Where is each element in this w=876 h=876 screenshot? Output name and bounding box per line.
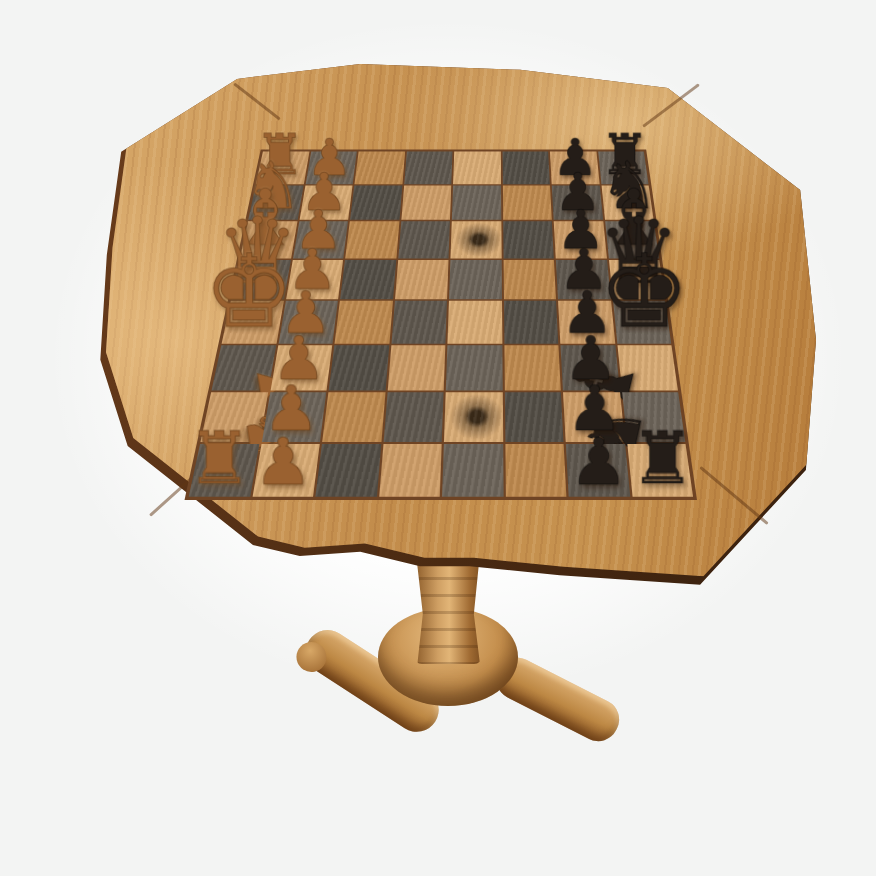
- board-perspective-scene: ♜♟♟♜♞♟♟♞♝♟♟♝♛♟♟♛♚♟♟♚♝♟♟♝♞♟♟♞♜♟♟♜: [228, 80, 668, 520]
- board-cell: [329, 345, 389, 391]
- board-cell: [345, 221, 399, 258]
- piece-black-rook: ♜: [630, 423, 695, 495]
- board-cell: [444, 392, 503, 441]
- board-cell: [453, 151, 500, 184]
- pedestal-column: [414, 560, 482, 664]
- board-cell: [502, 185, 551, 220]
- board-cell: ♟: [566, 444, 630, 497]
- board-cell: ♜: [627, 444, 693, 497]
- board-cell: [503, 260, 556, 300]
- board-cell: ♜: [189, 444, 259, 497]
- board-cell: [504, 301, 559, 343]
- board-cell: [322, 392, 385, 441]
- piece-white-pawn: ♟: [254, 430, 312, 495]
- board-cell: [401, 185, 451, 220]
- board-cell: ♝: [617, 345, 678, 391]
- board-cell: [387, 345, 445, 391]
- board-cell: [395, 260, 449, 300]
- board-cell: [504, 392, 563, 441]
- board-cell: [446, 345, 502, 391]
- board-cell: [355, 151, 405, 184]
- board-cell: [315, 444, 380, 497]
- board-cell: [449, 260, 501, 300]
- board-cell: [398, 221, 450, 258]
- board-cell: ♟: [252, 444, 320, 497]
- board-cell: [502, 151, 550, 184]
- chess-table-photo: ♜♟♟♜♞♟♟♞♝♟♟♝♛♟♟♛♚♟♟♚♝♟♟♝♞♟♟♞♜♟♟♜: [0, 0, 876, 876]
- piece-white-rook: ♜: [187, 423, 252, 495]
- chess-board: ♜♟♟♜♞♟♟♞♝♟♟♝♛♟♟♛♚♟♟♚♝♟♟♝♞♟♟♞♜♟♟♜: [185, 150, 697, 500]
- board-cell: [383, 392, 443, 441]
- board-cell: [503, 221, 554, 258]
- board-cell: [447, 301, 501, 343]
- board-cell: [450, 221, 501, 258]
- board-cell: [350, 185, 402, 220]
- board-cell: [404, 151, 453, 184]
- board-cell: [505, 444, 567, 497]
- board-cell: [442, 444, 503, 497]
- piece-black-pawn: ♟: [570, 430, 628, 495]
- board-cell: [379, 444, 442, 497]
- board-cell: [504, 345, 561, 391]
- board-cell: ♚: [613, 301, 672, 343]
- board-cell: [340, 260, 396, 300]
- board-cell: [452, 185, 501, 220]
- board-cell: [391, 301, 447, 343]
- board-cell: [335, 301, 393, 343]
